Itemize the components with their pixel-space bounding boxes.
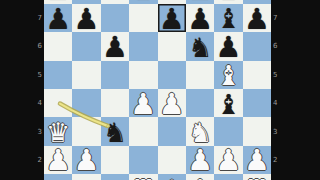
square-f7[interactable]: ♟ — [186, 4, 214, 32]
square-h1[interactable]: ♜ — [243, 174, 271, 180]
piece-white-pawn[interactable]: ♟ — [159, 90, 185, 119]
rank-label-5-right: 5 — [273, 61, 277, 89]
square-b2[interactable]: ♟ — [72, 146, 100, 174]
rank-label-2-right: 2 — [273, 146, 277, 174]
rank-label-6-left: 6 — [38, 32, 42, 60]
square-h7[interactable]: ♟ — [243, 4, 271, 32]
square-c7[interactable] — [101, 4, 129, 32]
rank-labels-left: 765432 — [30, 0, 42, 180]
square-a4[interactable] — [44, 89, 72, 117]
square-e3[interactable] — [158, 117, 186, 145]
piece-white-pawn[interactable]: ♟ — [216, 146, 242, 175]
square-e4[interactable]: ♟ — [158, 89, 186, 117]
square-d4[interactable]: ♟ — [129, 89, 157, 117]
square-c3[interactable]: ♞ — [101, 117, 129, 145]
piece-black-pawn[interactable]: ♟ — [244, 5, 270, 34]
piece-white-pawn[interactable]: ♟ — [130, 90, 156, 119]
square-d7[interactable] — [129, 4, 157, 32]
square-g2[interactable]: ♟ — [214, 146, 242, 174]
square-g5[interactable]: ♝ — [214, 61, 242, 89]
piece-white-bishop[interactable]: ♝ — [188, 176, 212, 180]
square-a1[interactable] — [44, 174, 72, 180]
piece-black-pawn[interactable]: ♟ — [216, 33, 242, 62]
rank-labels-right: 765432 — [273, 0, 285, 180]
square-b5[interactable] — [72, 61, 100, 89]
square-b1[interactable] — [72, 174, 100, 180]
square-b7[interactable]: ♟ — [72, 4, 100, 32]
square-h5[interactable] — [243, 61, 271, 89]
piece-white-rook[interactable]: ♜ — [245, 176, 269, 180]
piece-black-bishop[interactable]: ♝ — [216, 91, 240, 118]
rank-label-4-left: 4 — [38, 89, 42, 117]
piece-black-pawn[interactable]: ♟ — [45, 5, 71, 34]
piece-white-king[interactable]: ♚ — [160, 176, 184, 180]
square-d5[interactable] — [129, 61, 157, 89]
piece-white-pawn[interactable]: ♟ — [74, 146, 100, 175]
piece-white-queen[interactable]: ♛ — [46, 119, 70, 146]
rank-label-7-right: 7 — [273, 4, 277, 32]
square-d3[interactable] — [129, 117, 157, 145]
square-c2[interactable] — [101, 146, 129, 174]
rank-label-7-left: 7 — [38, 4, 42, 32]
square-a3[interactable]: ♛ — [44, 117, 72, 145]
square-g6[interactable]: ♟ — [214, 32, 242, 60]
square-g3[interactable] — [214, 117, 242, 145]
chess-app-frame: ♜♛♜♚♟♟♟♟♝♟♟♞♟♝♟♟♝♛♞♞♟♟♟♟♟♜♚♝♜ 765432 765… — [0, 0, 320, 180]
square-e7[interactable]: ♟ — [158, 4, 186, 32]
chess-board[interactable]: ♜♛♜♚♟♟♟♟♝♟♟♞♟♝♟♟♝♛♞♞♟♟♟♟♟♜♚♝♜ — [44, 0, 271, 180]
piece-black-knight[interactable]: ♞ — [103, 119, 127, 146]
square-h3[interactable] — [243, 117, 271, 145]
square-b3[interactable] — [72, 117, 100, 145]
piece-white-pawn[interactable]: ♟ — [45, 146, 71, 175]
piece-black-pawn[interactable]: ♟ — [74, 5, 100, 34]
piece-black-knight[interactable]: ♞ — [188, 34, 212, 61]
square-f6[interactable]: ♞ — [186, 32, 214, 60]
square-h4[interactable] — [243, 89, 271, 117]
square-e6[interactable] — [158, 32, 186, 60]
square-f2[interactable]: ♟ — [186, 146, 214, 174]
square-d6[interactable] — [129, 32, 157, 60]
piece-white-rook[interactable]: ♜ — [131, 176, 155, 180]
square-d1[interactable]: ♜ — [129, 174, 157, 180]
square-f3[interactable]: ♞ — [186, 117, 214, 145]
square-f5[interactable] — [186, 61, 214, 89]
square-b6[interactable] — [72, 32, 100, 60]
square-c1[interactable] — [101, 174, 129, 180]
piece-white-pawn[interactable]: ♟ — [187, 146, 213, 175]
square-e5[interactable] — [158, 61, 186, 89]
rank-label-4-right: 4 — [273, 89, 277, 117]
square-a2[interactable]: ♟ — [44, 146, 72, 174]
square-a5[interactable] — [44, 61, 72, 89]
square-h6[interactable] — [243, 32, 271, 60]
piece-white-pawn[interactable]: ♟ — [244, 146, 270, 175]
rank-label-2-left: 2 — [38, 146, 42, 174]
piece-black-bishop[interactable]: ♝ — [216, 5, 240, 32]
square-f1[interactable]: ♝ — [186, 174, 214, 180]
rank-label-3-left: 3 — [38, 117, 42, 145]
square-b4[interactable] — [72, 89, 100, 117]
rank-label-3-right: 3 — [273, 117, 277, 145]
square-g1[interactable] — [214, 174, 242, 180]
piece-white-knight[interactable]: ♞ — [188, 119, 212, 146]
square-a7[interactable]: ♟ — [44, 4, 72, 32]
square-c6[interactable]: ♟ — [101, 32, 129, 60]
square-c5[interactable] — [101, 61, 129, 89]
square-e2[interactable] — [158, 146, 186, 174]
piece-black-pawn[interactable]: ♟ — [159, 5, 185, 34]
rank-label-5-left: 5 — [38, 61, 42, 89]
rank-label-6-right: 6 — [273, 32, 277, 60]
square-a6[interactable] — [44, 32, 72, 60]
square-f4[interactable] — [186, 89, 214, 117]
piece-black-pawn[interactable]: ♟ — [102, 33, 128, 62]
square-g4[interactable]: ♝ — [214, 89, 242, 117]
piece-white-bishop[interactable]: ♝ — [216, 62, 240, 89]
square-d2[interactable] — [129, 146, 157, 174]
piece-black-pawn[interactable]: ♟ — [187, 5, 213, 34]
square-g7[interactable]: ♝ — [214, 4, 242, 32]
square-c4[interactable] — [101, 89, 129, 117]
square-e1[interactable]: ♚ — [158, 174, 186, 180]
square-h2[interactable]: ♟ — [243, 146, 271, 174]
